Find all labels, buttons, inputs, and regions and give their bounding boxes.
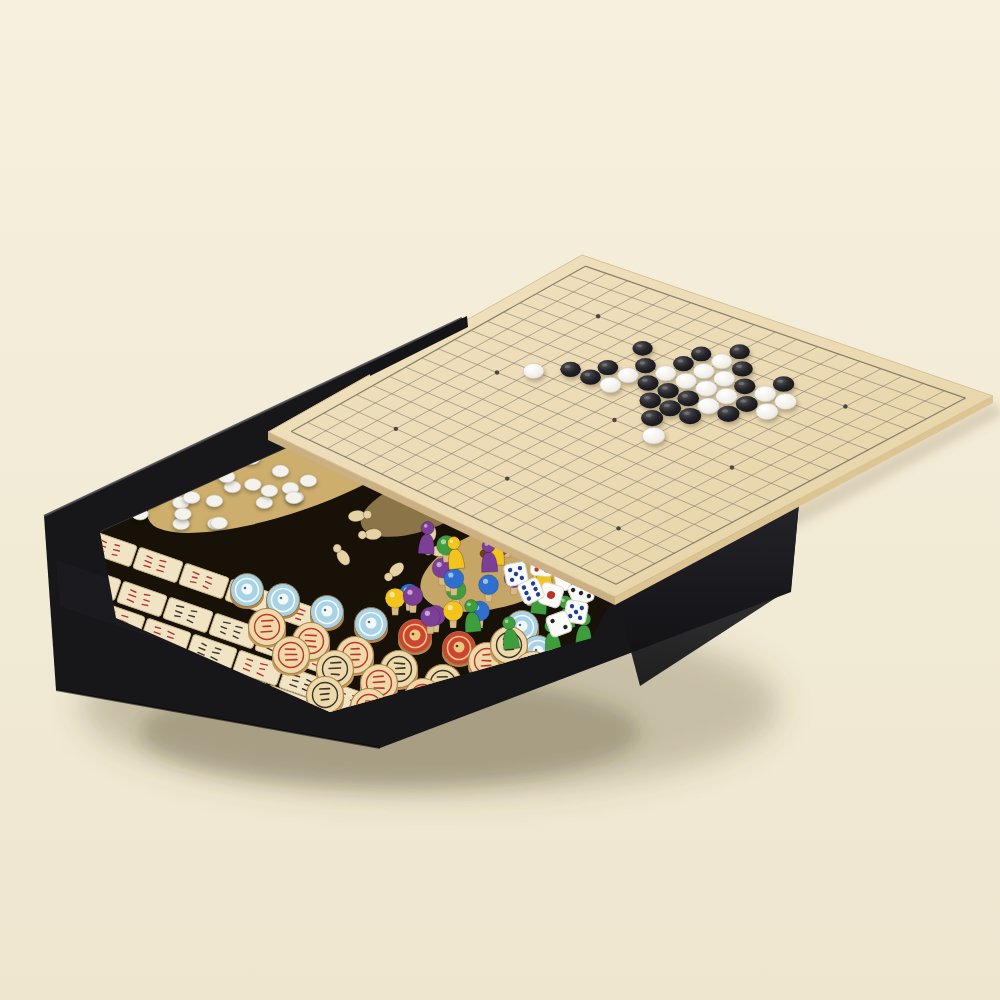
stone-highlight xyxy=(565,365,571,368)
go-stone-white[interactable] xyxy=(523,363,544,378)
go-stone-white[interactable] xyxy=(775,394,797,410)
white-go-stone xyxy=(211,517,228,529)
go-stone-black[interactable] xyxy=(657,383,678,399)
board-star-point xyxy=(616,526,620,530)
go-stone-black[interactable] xyxy=(734,379,755,395)
stone-highlight xyxy=(682,394,688,397)
go-stone-white[interactable] xyxy=(655,366,676,381)
go-stone-white[interactable] xyxy=(696,381,717,397)
stone-highlight xyxy=(677,359,683,362)
stone-highlight xyxy=(722,409,728,413)
stone-highlight xyxy=(740,399,746,403)
stone-highlight xyxy=(584,373,590,376)
go-stone-white[interactable] xyxy=(675,373,696,388)
board-star-point xyxy=(612,418,616,422)
go-stone-black[interactable] xyxy=(641,410,663,426)
go-stone-black[interactable] xyxy=(637,375,658,390)
white-go-stone xyxy=(206,495,223,507)
go-stone-white[interactable] xyxy=(754,386,776,402)
stone-highlight xyxy=(642,379,648,382)
go-stone-white[interactable] xyxy=(714,371,735,386)
go-stone-white[interactable] xyxy=(642,428,665,445)
stone-highlight xyxy=(602,363,608,366)
white-go-stone xyxy=(261,485,278,497)
stone-highlight xyxy=(777,380,783,383)
go-stone-white[interactable] xyxy=(697,398,719,414)
go-stone-black[interactable] xyxy=(635,358,656,373)
go-stone-black[interactable] xyxy=(729,344,749,359)
go-stone-white[interactable] xyxy=(756,403,778,419)
white-go-stone xyxy=(244,479,261,491)
go-stone-black[interactable] xyxy=(736,396,758,412)
go-stone-black[interactable] xyxy=(639,393,661,409)
board-star-point xyxy=(394,427,398,431)
go-stone-black[interactable] xyxy=(633,341,653,356)
stone-highlight xyxy=(664,404,670,408)
white-go-stone xyxy=(300,475,317,487)
go-stone-black[interactable] xyxy=(560,362,581,377)
go-stone-white[interactable] xyxy=(600,377,621,392)
go-stone-black[interactable] xyxy=(773,376,794,392)
go-stone-black[interactable] xyxy=(691,346,711,361)
stone-highlight xyxy=(736,365,742,368)
go-stone-white[interactable] xyxy=(617,368,638,383)
go-stone-white[interactable] xyxy=(711,354,732,369)
board-star-point xyxy=(495,370,499,374)
go-stone-black[interactable] xyxy=(673,356,694,371)
go-stone-white[interactable] xyxy=(716,388,738,404)
go-stone-black[interactable] xyxy=(677,391,699,407)
product-photo-game-box xyxy=(0,0,1000,1000)
stone-highlight xyxy=(639,361,645,364)
go-stone-black[interactable] xyxy=(659,400,681,416)
go-stone-black[interactable] xyxy=(717,406,739,422)
board-star-point xyxy=(505,476,509,480)
animal-chess-disc xyxy=(230,574,264,610)
go-stone-black[interactable] xyxy=(679,408,701,424)
go-stone-black[interactable] xyxy=(598,360,619,375)
scene xyxy=(0,0,1000,1000)
xiangqi-disc xyxy=(272,637,310,677)
stone-highlight xyxy=(734,347,740,350)
white-go-stone xyxy=(285,492,302,504)
white-go-stone xyxy=(272,465,289,477)
white-go-stone xyxy=(175,508,192,520)
stone-highlight xyxy=(662,386,668,389)
stone-highlight xyxy=(637,344,643,347)
board-star-point xyxy=(843,404,847,408)
go-stone-black[interactable] xyxy=(580,370,601,385)
board-star-point xyxy=(596,314,600,318)
go-stone-white[interactable] xyxy=(693,364,714,379)
go-stone-black[interactable] xyxy=(732,361,753,376)
board-star-point xyxy=(730,465,734,469)
stone-highlight xyxy=(739,382,745,385)
stone-highlight xyxy=(684,411,690,415)
stone-highlight xyxy=(646,413,652,417)
stone-highlight xyxy=(644,396,650,399)
stone-highlight xyxy=(695,350,701,353)
